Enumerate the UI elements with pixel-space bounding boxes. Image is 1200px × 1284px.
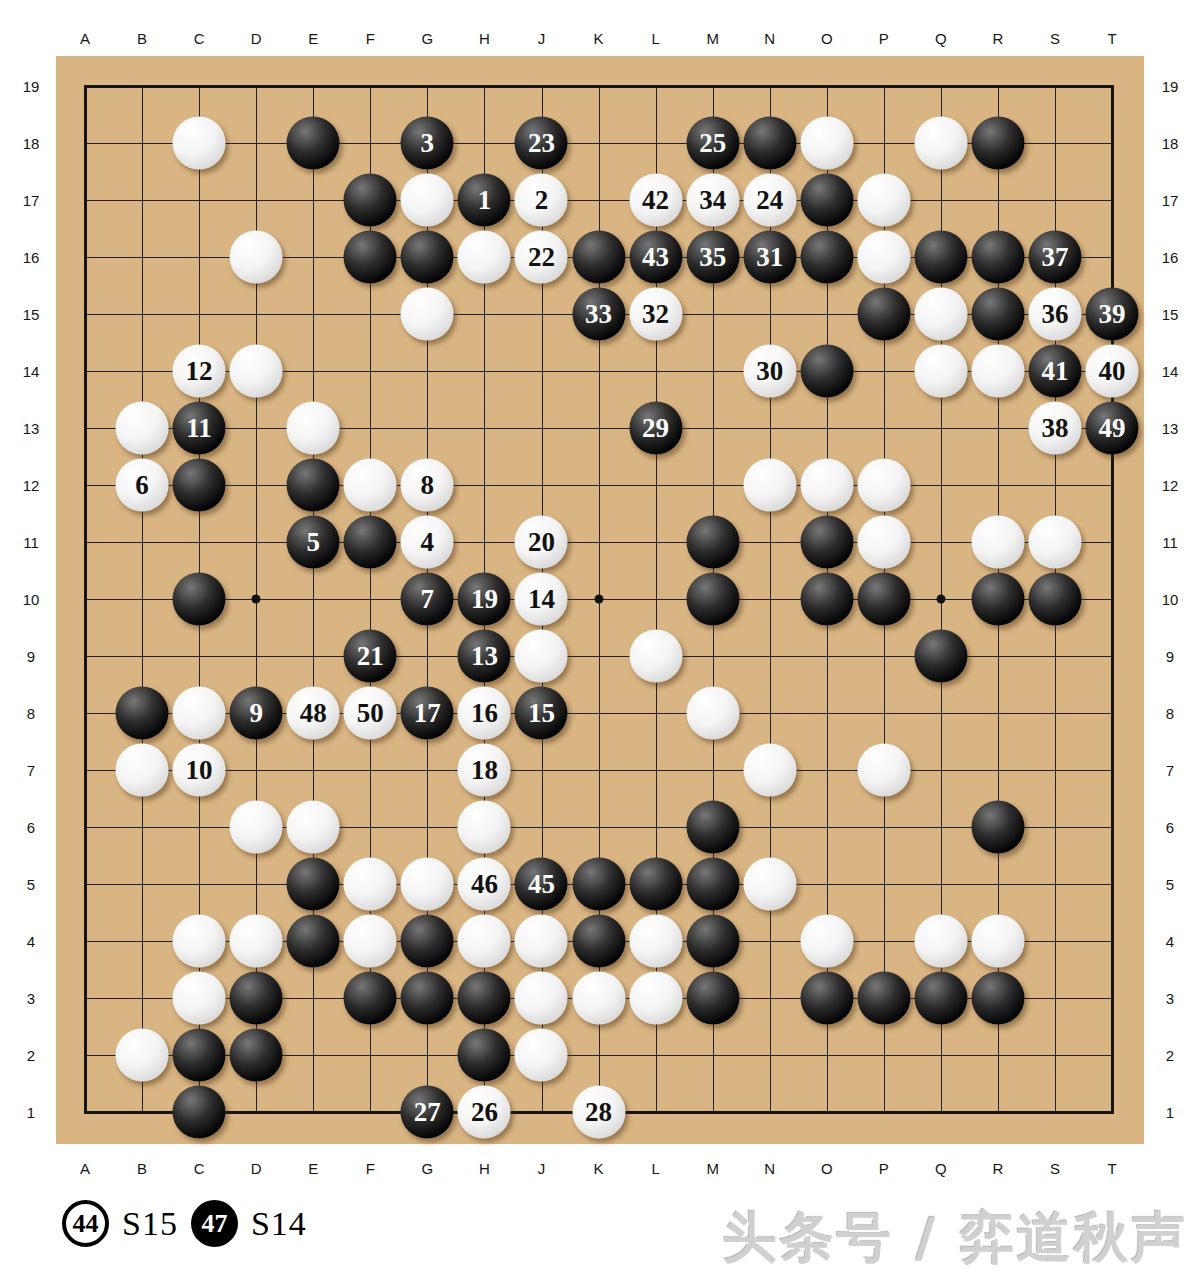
- stone-white-k3: [572, 972, 625, 1025]
- stone-black-f9: 21: [344, 630, 397, 683]
- stone-black-h9: 13: [458, 630, 511, 683]
- stone-black-d2: [230, 1029, 283, 1082]
- stone-black-s14: 41: [1029, 345, 1082, 398]
- move-number: 43: [642, 244, 669, 271]
- stone-white-m8: [686, 687, 739, 740]
- stone-black-g8: 17: [401, 687, 454, 740]
- column-label-top-a: A: [80, 30, 90, 47]
- column-label-bottom-b: B: [137, 1160, 147, 1177]
- row-label-left-10: 10: [23, 591, 40, 608]
- move-number: 9: [249, 700, 263, 727]
- stone-white-m17: 34: [686, 174, 739, 227]
- row-label-right-8: 8: [1166, 705, 1174, 722]
- stone-black-n18: [743, 117, 796, 170]
- stone-white-b7: [116, 744, 169, 797]
- stone-black-r16: [971, 231, 1024, 284]
- column-label-top-s: S: [1050, 30, 1060, 47]
- stone-black-g1: 27: [401, 1086, 454, 1139]
- stone-white-b2: [116, 1029, 169, 1082]
- row-label-right-12: 12: [1162, 477, 1179, 494]
- stone-white-h1: 26: [458, 1086, 511, 1139]
- column-label-bottom-p: P: [879, 1160, 889, 1177]
- watermark-text: 头条号 / 弈道秋声: [723, 1202, 1188, 1275]
- row-label-right-19: 19: [1162, 78, 1179, 95]
- caption-move-number: 44: [73, 1209, 99, 1239]
- stone-black-o3: [800, 972, 853, 1025]
- stone-black-l16: 43: [629, 231, 682, 284]
- row-label-left-5: 5: [27, 876, 35, 893]
- stone-black-j18: 23: [515, 117, 568, 170]
- row-label-left-18: 18: [23, 135, 40, 152]
- stone-white-h4: [458, 915, 511, 968]
- stone-white-h16: [458, 231, 511, 284]
- column-label-bottom-k: K: [593, 1160, 603, 1177]
- column-label-bottom-q: Q: [935, 1160, 947, 1177]
- move-number: 46: [471, 871, 498, 898]
- stone-white-b13: [116, 402, 169, 455]
- stone-white-c14: 12: [173, 345, 226, 398]
- row-label-right-18: 18: [1162, 135, 1179, 152]
- stone-black-r18: [971, 117, 1024, 170]
- stone-black-l13: 29: [629, 402, 682, 455]
- move-number: 15: [528, 700, 555, 727]
- move-number: 7: [421, 586, 435, 613]
- stone-black-c2: [173, 1029, 226, 1082]
- stone-black-d3: [230, 972, 283, 1025]
- column-label-bottom-s: S: [1050, 1160, 1060, 1177]
- row-label-right-13: 13: [1162, 420, 1179, 437]
- stone-black-r3: [971, 972, 1024, 1025]
- stone-black-p3: [857, 972, 910, 1025]
- move-number: 19: [471, 586, 498, 613]
- stone-black-e4: [287, 915, 340, 968]
- stone-black-n16: 31: [743, 231, 796, 284]
- star-point-d10: [252, 595, 261, 604]
- move-number: 20: [528, 529, 555, 556]
- column-label-top-r: R: [993, 30, 1004, 47]
- stone-black-g16: [401, 231, 454, 284]
- stone-white-c7: 10: [173, 744, 226, 797]
- move-number: 2: [535, 187, 549, 214]
- column-label-bottom-e: E: [308, 1160, 318, 1177]
- row-label-left-17: 17: [23, 192, 40, 209]
- stone-white-g12: 8: [401, 459, 454, 512]
- row-label-right-4: 4: [1166, 933, 1174, 950]
- stone-black-m6: [686, 801, 739, 854]
- column-label-bottom-r: R: [993, 1160, 1004, 1177]
- column-label-top-h: H: [479, 30, 490, 47]
- stone-white-n7: [743, 744, 796, 797]
- row-label-right-7: 7: [1166, 762, 1174, 779]
- row-label-left-14: 14: [23, 363, 40, 380]
- stone-white-e13: [287, 402, 340, 455]
- move-number: 33: [585, 301, 612, 328]
- stone-white-s11: [1029, 516, 1082, 569]
- move-number: 32: [642, 301, 669, 328]
- move-number: 8: [421, 472, 435, 499]
- column-label-bottom-f: F: [366, 1160, 375, 1177]
- move-number: 49: [1099, 415, 1126, 442]
- row-label-left-15: 15: [23, 306, 40, 323]
- move-number: 24: [756, 187, 783, 214]
- column-label-top-o: O: [821, 30, 833, 47]
- stone-white-r14: [971, 345, 1024, 398]
- stone-black-j5: 45: [515, 858, 568, 911]
- column-label-top-c: C: [194, 30, 205, 47]
- row-label-left-12: 12: [23, 477, 40, 494]
- column-label-top-j: J: [538, 30, 546, 47]
- stone-black-m5: [686, 858, 739, 911]
- stone-white-j9: [515, 630, 568, 683]
- stone-black-q16: [914, 231, 967, 284]
- stone-black-e18: [287, 117, 340, 170]
- stone-white-q4: [914, 915, 967, 968]
- row-label-right-9: 9: [1166, 648, 1174, 665]
- stone-black-k16: [572, 231, 625, 284]
- move-number: 38: [1042, 415, 1069, 442]
- row-label-right-17: 17: [1162, 192, 1179, 209]
- stone-black-j8: 15: [515, 687, 568, 740]
- page: 3232512423424224335313733323639123041401…: [0, 0, 1200, 1284]
- stone-white-c8: [173, 687, 226, 740]
- stone-black-m11: [686, 516, 739, 569]
- column-label-bottom-n: N: [764, 1160, 775, 1177]
- stone-black-m3: [686, 972, 739, 1025]
- column-label-bottom-j: J: [538, 1160, 546, 1177]
- column-label-bottom-l: L: [651, 1160, 659, 1177]
- stone-black-f16: [344, 231, 397, 284]
- stone-black-f11: [344, 516, 397, 569]
- row-label-right-2: 2: [1166, 1047, 1174, 1064]
- stone-white-j10: 14: [515, 573, 568, 626]
- move-number: 18: [471, 757, 498, 784]
- stone-white-n5: [743, 858, 796, 911]
- row-label-left-13: 13: [23, 420, 40, 437]
- stone-white-l3: [629, 972, 682, 1025]
- stone-black-r10: [971, 573, 1024, 626]
- caption-point-label-s14: S14: [251, 1205, 307, 1243]
- stone-black-h2: [458, 1029, 511, 1082]
- column-label-top-k: K: [593, 30, 603, 47]
- stone-white-d6: [230, 801, 283, 854]
- stone-black-d8: 9: [230, 687, 283, 740]
- stone-black-h17: 1: [458, 174, 511, 227]
- move-number: 31: [756, 244, 783, 271]
- stone-black-o14: [800, 345, 853, 398]
- stone-white-q14: [914, 345, 967, 398]
- stone-black-o10: [800, 573, 853, 626]
- row-label-right-3: 3: [1166, 990, 1174, 1007]
- stone-black-o17: [800, 174, 853, 227]
- move-number: 26: [471, 1099, 498, 1126]
- stone-black-t13: 49: [1086, 402, 1139, 455]
- stone-white-j2: [515, 1029, 568, 1082]
- move-number: 45: [528, 871, 555, 898]
- stone-white-l4: [629, 915, 682, 968]
- stone-white-e6: [287, 801, 340, 854]
- move-number: 5: [306, 529, 320, 556]
- stone-black-c13: 11: [173, 402, 226, 455]
- stone-black-s10: [1029, 573, 1082, 626]
- stone-white-l17: 42: [629, 174, 682, 227]
- move-number: 29: [642, 415, 669, 442]
- column-label-bottom-h: H: [479, 1160, 490, 1177]
- stone-white-h8: 16: [458, 687, 511, 740]
- stone-black-l5: [629, 858, 682, 911]
- row-label-left-11: 11: [23, 534, 39, 551]
- move-number: 40: [1099, 358, 1126, 385]
- column-label-bottom-g: G: [422, 1160, 434, 1177]
- row-label-right-10: 10: [1162, 591, 1179, 608]
- stone-white-s15: 36: [1029, 288, 1082, 341]
- stone-white-c3: [173, 972, 226, 1025]
- stone-white-c18: [173, 117, 226, 170]
- stone-white-j11: 20: [515, 516, 568, 569]
- move-number: 25: [699, 130, 726, 157]
- stone-black-k5: [572, 858, 625, 911]
- row-label-right-14: 14: [1162, 363, 1179, 380]
- move-number: 3: [421, 130, 435, 157]
- stone-white-p7: [857, 744, 910, 797]
- row-label-right-15: 15: [1162, 306, 1179, 323]
- stone-black-s16: 37: [1029, 231, 1082, 284]
- stone-white-g5: [401, 858, 454, 911]
- row-label-left-6: 6: [27, 819, 35, 836]
- stone-black-k15: 33: [572, 288, 625, 341]
- stone-white-p11: [857, 516, 910, 569]
- move-number: 41: [1042, 358, 1069, 385]
- star-point-k10: [594, 595, 603, 604]
- stone-black-c12: [173, 459, 226, 512]
- go-board: 3232512423424224335313733323639123041401…: [56, 56, 1144, 1144]
- move-number: 12: [186, 358, 213, 385]
- stone-white-g15: [401, 288, 454, 341]
- row-label-right-1: 1: [1166, 1104, 1174, 1121]
- row-label-left-8: 8: [27, 705, 35, 722]
- stone-black-g10: 7: [401, 573, 454, 626]
- column-label-top-f: F: [366, 30, 375, 47]
- stone-black-e5: [287, 858, 340, 911]
- column-label-top-p: P: [879, 30, 889, 47]
- move-number: 37: [1042, 244, 1069, 271]
- stone-white-j4: [515, 915, 568, 968]
- column-label-bottom-m: M: [706, 1160, 719, 1177]
- stone-black-r6: [971, 801, 1024, 854]
- caption-black-stone-47: 47: [191, 1200, 238, 1247]
- stone-white-j3: [515, 972, 568, 1025]
- stone-white-l15: 32: [629, 288, 682, 341]
- column-label-top-m: M: [706, 30, 719, 47]
- stone-white-h7: 18: [458, 744, 511, 797]
- stone-white-g17: [401, 174, 454, 227]
- stone-black-r15: [971, 288, 1024, 341]
- stone-black-h10: 19: [458, 573, 511, 626]
- move-number: 6: [135, 472, 149, 499]
- column-label-bottom-c: C: [194, 1160, 205, 1177]
- stone-white-b12: 6: [116, 459, 169, 512]
- stone-black-c10: [173, 573, 226, 626]
- stone-black-p15: [857, 288, 910, 341]
- column-label-bottom-a: A: [80, 1160, 90, 1177]
- column-label-top-n: N: [764, 30, 775, 47]
- row-label-left-1: 1: [27, 1104, 35, 1121]
- row-label-right-6: 6: [1166, 819, 1174, 836]
- stone-black-e11: 5: [287, 516, 340, 569]
- row-label-left-16: 16: [23, 249, 40, 266]
- stone-black-t15: 39: [1086, 288, 1139, 341]
- stone-black-o16: [800, 231, 853, 284]
- column-label-bottom-o: O: [821, 1160, 833, 1177]
- row-label-right-11: 11: [1162, 534, 1178, 551]
- stone-black-q9: [914, 630, 967, 683]
- move-number: 13: [471, 643, 498, 670]
- column-label-top-l: L: [651, 30, 659, 47]
- stone-white-s13: 38: [1029, 402, 1082, 455]
- stone-white-n14: 30: [743, 345, 796, 398]
- stone-white-t14: 40: [1086, 345, 1139, 398]
- move-number: 16: [471, 700, 498, 727]
- stone-black-m18: 25: [686, 117, 739, 170]
- move-number: 22: [528, 244, 555, 271]
- stone-white-d16: [230, 231, 283, 284]
- stone-white-r11: [971, 516, 1024, 569]
- move-number: 23: [528, 130, 555, 157]
- stone-white-f5: [344, 858, 397, 911]
- stone-white-o4: [800, 915, 853, 968]
- stone-black-m16: 35: [686, 231, 739, 284]
- move-number: 35: [699, 244, 726, 271]
- stone-white-n12: [743, 459, 796, 512]
- column-label-top-e: E: [308, 30, 318, 47]
- stone-black-g18: 3: [401, 117, 454, 170]
- move-number: 39: [1099, 301, 1126, 328]
- stone-white-n17: 24: [743, 174, 796, 227]
- stone-black-m10: [686, 573, 739, 626]
- column-label-bottom-d: D: [251, 1160, 262, 1177]
- stone-black-c1: [173, 1086, 226, 1139]
- row-label-right-16: 16: [1162, 249, 1179, 266]
- column-label-top-b: B: [137, 30, 147, 47]
- stone-white-f4: [344, 915, 397, 968]
- move-number: 10: [186, 757, 213, 784]
- caption: 44 S15 47 S14: [62, 1200, 307, 1247]
- stone-white-f8: 50: [344, 687, 397, 740]
- column-label-top-g: G: [422, 30, 434, 47]
- row-label-left-4: 4: [27, 933, 35, 950]
- stone-black-b8: [116, 687, 169, 740]
- move-number: 17: [414, 700, 441, 727]
- move-number: 27: [414, 1099, 441, 1126]
- stone-white-d4: [230, 915, 283, 968]
- move-number: 30: [756, 358, 783, 385]
- stone-white-q18: [914, 117, 967, 170]
- move-number: 1: [478, 187, 492, 214]
- column-label-top-t: T: [1108, 30, 1117, 47]
- move-number: 34: [699, 187, 726, 214]
- column-label-bottom-t: T: [1108, 1160, 1117, 1177]
- move-number: 42: [642, 187, 669, 214]
- column-label-top-q: Q: [935, 30, 947, 47]
- move-number: 4: [421, 529, 435, 556]
- move-number: 48: [300, 700, 327, 727]
- move-number: 14: [528, 586, 555, 613]
- stone-white-o12: [800, 459, 853, 512]
- stone-black-f17: [344, 174, 397, 227]
- stone-black-g4: [401, 915, 454, 968]
- row-label-left-9: 9: [27, 648, 35, 665]
- stone-white-r4: [971, 915, 1024, 968]
- caption-point-label-s15: S15: [122, 1205, 178, 1243]
- stone-white-d14: [230, 345, 283, 398]
- stone-white-p16: [857, 231, 910, 284]
- stone-black-o11: [800, 516, 853, 569]
- stone-black-m4: [686, 915, 739, 968]
- move-number: 36: [1042, 301, 1069, 328]
- row-label-left-19: 19: [23, 78, 40, 95]
- row-label-left-2: 2: [27, 1047, 35, 1064]
- stone-white-j17: 2: [515, 174, 568, 227]
- column-label-top-d: D: [251, 30, 262, 47]
- row-label-left-7: 7: [27, 762, 35, 779]
- stone-white-p17: [857, 174, 910, 227]
- stone-white-l9: [629, 630, 682, 683]
- stone-white-e8: 48: [287, 687, 340, 740]
- stone-black-q3: [914, 972, 967, 1025]
- stone-black-h3: [458, 972, 511, 1025]
- stone-black-e12: [287, 459, 340, 512]
- stone-white-k1: 28: [572, 1086, 625, 1139]
- caption-move-number: 47: [201, 1209, 227, 1239]
- row-label-right-5: 5: [1166, 876, 1174, 893]
- move-number: 11: [186, 415, 212, 442]
- stone-white-p12: [857, 459, 910, 512]
- stone-white-c4: [173, 915, 226, 968]
- move-number: 28: [585, 1099, 612, 1126]
- stone-white-o18: [800, 117, 853, 170]
- move-number: 21: [357, 643, 384, 670]
- stone-black-f3: [344, 972, 397, 1025]
- star-point-q10: [936, 595, 945, 604]
- stone-white-h5: 46: [458, 858, 511, 911]
- stone-black-g3: [401, 972, 454, 1025]
- stone-white-f12: [344, 459, 397, 512]
- row-label-left-3: 3: [27, 990, 35, 1007]
- caption-white-stone-44: 44: [62, 1200, 109, 1247]
- stone-white-j16: 22: [515, 231, 568, 284]
- stone-white-q15: [914, 288, 967, 341]
- move-number: 50: [357, 700, 384, 727]
- stone-white-g11: 4: [401, 516, 454, 569]
- stone-white-h6: [458, 801, 511, 854]
- stone-black-p10: [857, 573, 910, 626]
- stone-black-k4: [572, 915, 625, 968]
